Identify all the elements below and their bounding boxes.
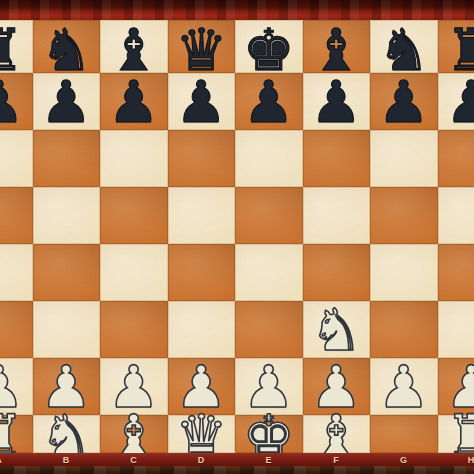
square-g8[interactable]: ♞	[370, 20, 438, 73]
square-f1[interactable]: ♝	[303, 415, 371, 453]
square-e4[interactable]	[235, 244, 303, 301]
black-pawn-e7[interactable]: ♟	[243, 73, 295, 131]
chess-board: ♜♞♝♛♚♝♞♜♟♟♟♟♟♟♟♟♞♟♟♟♟♟♟♟♟♜♞♝♛♚♝♜	[0, 20, 474, 453]
white-rook-h1[interactable]: ♜	[445, 407, 474, 453]
square-b6[interactable]	[33, 130, 101, 187]
chess-app-frame: ♜♞♝♛♚♝♞♜♟♟♟♟♟♟♟♟♞♟♟♟♟♟♟♟♟♜♞♝♛♚♝♜ ABCDEFG…	[0, 0, 474, 474]
file-label-grid: ABCDEFGH	[0, 453, 474, 466]
square-b1[interactable]: ♞	[33, 415, 101, 453]
white-pawn-g2[interactable]: ♟	[378, 358, 430, 416]
square-g4[interactable]	[370, 244, 438, 301]
board-top-wood-border	[0, 0, 474, 20]
file-label-f: F	[303, 453, 371, 466]
square-c4[interactable]	[100, 244, 168, 301]
black-pawn-f7[interactable]: ♟	[310, 73, 362, 131]
black-pawn-b7[interactable]: ♟	[40, 73, 92, 131]
square-a5[interactable]	[0, 187, 33, 244]
square-c8[interactable]: ♝	[100, 20, 168, 73]
chess-board-viewport: ♜♞♝♛♚♝♞♜♟♟♟♟♟♟♟♟♞♟♟♟♟♟♟♟♟♜♞♝♛♚♝♜	[0, 20, 474, 453]
square-h1[interactable]: ♜	[438, 415, 474, 453]
square-g1[interactable]	[370, 415, 438, 453]
square-c6[interactable]	[100, 130, 168, 187]
square-f6[interactable]	[303, 130, 371, 187]
file-label-d: D	[168, 453, 236, 466]
square-h3[interactable]	[438, 301, 474, 358]
black-pawn-c7[interactable]: ♟	[108, 73, 160, 131]
file-label-b: B	[33, 453, 101, 466]
square-f5[interactable]	[303, 187, 371, 244]
square-b3[interactable]	[33, 301, 101, 358]
square-c3[interactable]	[100, 301, 168, 358]
square-g7[interactable]: ♟	[370, 73, 438, 130]
square-c5[interactable]	[100, 187, 168, 244]
square-a6[interactable]	[0, 130, 33, 187]
square-d5[interactable]	[168, 187, 236, 244]
square-d1[interactable]: ♛	[168, 415, 236, 453]
square-b7[interactable]: ♟	[33, 73, 101, 130]
square-f3[interactable]: ♞	[303, 301, 371, 358]
square-h5[interactable]	[438, 187, 474, 244]
square-e1[interactable]: ♚	[235, 415, 303, 453]
square-f8[interactable]: ♝	[303, 20, 371, 73]
square-b4[interactable]	[33, 244, 101, 301]
white-rook-a1[interactable]: ♜	[0, 407, 25, 453]
square-e5[interactable]	[235, 187, 303, 244]
square-g6[interactable]	[370, 130, 438, 187]
square-d8[interactable]: ♛	[168, 20, 236, 73]
square-e8[interactable]: ♚	[235, 20, 303, 73]
square-b8[interactable]: ♞	[33, 20, 101, 73]
square-c1[interactable]: ♝	[100, 415, 168, 453]
file-label-strip: ABCDEFGH	[0, 453, 474, 466]
square-h8[interactable]: ♜	[438, 20, 474, 73]
square-d7[interactable]: ♟	[168, 73, 236, 130]
square-b5[interactable]	[33, 187, 101, 244]
white-knight-b1[interactable]: ♞	[40, 407, 92, 453]
square-a4[interactable]	[0, 244, 33, 301]
square-g5[interactable]	[370, 187, 438, 244]
file-label-g: G	[370, 453, 438, 466]
black-pawn-d7[interactable]: ♟	[175, 73, 227, 131]
black-pawn-g7[interactable]: ♟	[378, 73, 430, 131]
square-f4[interactable]	[303, 244, 371, 301]
white-queen-d1[interactable]: ♛	[175, 407, 227, 453]
square-a1[interactable]: ♜	[0, 415, 33, 453]
square-d3[interactable]	[168, 301, 236, 358]
square-h7[interactable]: ♟	[438, 73, 474, 130]
square-e3[interactable]	[235, 301, 303, 358]
square-e7[interactable]: ♟	[235, 73, 303, 130]
black-pawn-h7[interactable]: ♟	[445, 73, 474, 131]
square-d4[interactable]	[168, 244, 236, 301]
file-label-h: H	[438, 453, 474, 466]
white-bishop-f1[interactable]: ♝	[310, 407, 362, 453]
white-knight-f3[interactable]: ♞	[310, 301, 362, 359]
square-g3[interactable]	[370, 301, 438, 358]
square-a3[interactable]	[0, 301, 33, 358]
white-bishop-c1[interactable]: ♝	[108, 407, 160, 453]
square-d6[interactable]	[168, 130, 236, 187]
file-label-c: C	[100, 453, 168, 466]
square-e6[interactable]	[235, 130, 303, 187]
white-king-e1[interactable]: ♚	[243, 407, 295, 453]
file-label-a: A	[0, 453, 33, 466]
square-c7[interactable]: ♟	[100, 73, 168, 130]
file-label-e: E	[235, 453, 303, 466]
board-bottom-wood-border	[0, 466, 474, 474]
square-a8[interactable]: ♜	[0, 20, 33, 73]
black-pawn-a7[interactable]: ♟	[0, 73, 25, 131]
square-h4[interactable]	[438, 244, 474, 301]
square-h6[interactable]	[438, 130, 474, 187]
square-a7[interactable]: ♟	[0, 73, 33, 130]
square-f7[interactable]: ♟	[303, 73, 371, 130]
square-g2[interactable]: ♟	[370, 358, 438, 415]
